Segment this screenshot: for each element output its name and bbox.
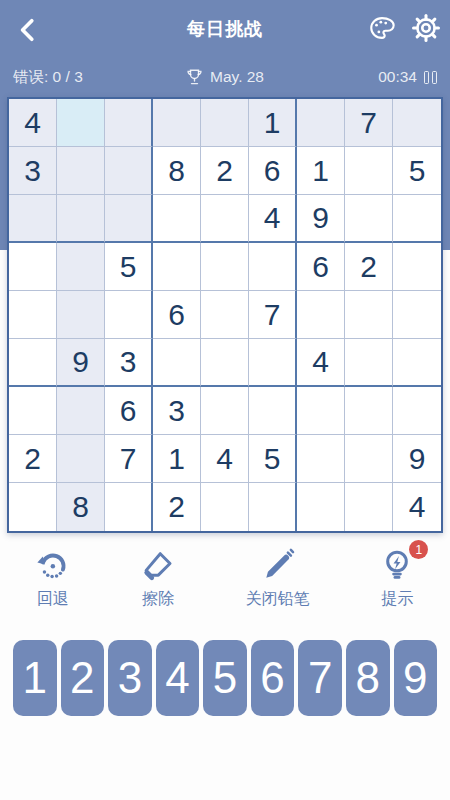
cell-r4c6[interactable] xyxy=(249,243,297,291)
numpad-2[interactable]: 2 xyxy=(61,640,105,716)
cell-r1c1[interactable]: 4 xyxy=(9,99,57,147)
cell-r2c8[interactable] xyxy=(345,147,393,195)
cell-r5c4[interactable]: 6 xyxy=(153,291,201,339)
cell-r9c3[interactable] xyxy=(105,483,153,531)
cell-r6c8[interactable] xyxy=(345,339,393,387)
cell-r7c7[interactable] xyxy=(297,387,345,435)
cell-r3c4[interactable] xyxy=(153,195,201,243)
cell-r2c2[interactable] xyxy=(57,147,105,195)
numpad-3[interactable]: 3 xyxy=(108,640,152,716)
cell-r7c8[interactable] xyxy=(345,387,393,435)
cell-r5c1[interactable] xyxy=(9,291,57,339)
cell-r7c6[interactable] xyxy=(249,387,297,435)
cell-r8c2[interactable] xyxy=(57,435,105,483)
trophy-icon xyxy=(186,68,203,86)
cell-r6c1[interactable] xyxy=(9,339,57,387)
cell-r8c3[interactable]: 7 xyxy=(105,435,153,483)
hint-count-badge: 1 xyxy=(409,540,428,559)
cell-r7c1[interactable] xyxy=(9,387,57,435)
date-label: May. 28 xyxy=(210,68,264,86)
header-actions xyxy=(368,14,440,42)
numpad-7[interactable]: 7 xyxy=(298,640,342,716)
cell-r3c8[interactable] xyxy=(345,195,393,243)
undo-icon xyxy=(35,548,71,584)
cell-r8c5[interactable]: 4 xyxy=(201,435,249,483)
cell-r2c5[interactable]: 2 xyxy=(201,147,249,195)
cell-r4c9[interactable] xyxy=(393,243,441,291)
cell-r6c3[interactable]: 3 xyxy=(105,339,153,387)
cell-r1c6[interactable]: 1 xyxy=(249,99,297,147)
hint-button[interactable]: 提示 1 xyxy=(379,548,415,610)
cell-r8c6[interactable]: 5 xyxy=(249,435,297,483)
cell-r8c4[interactable]: 1 xyxy=(153,435,201,483)
cell-r9c4[interactable]: 2 xyxy=(153,483,201,531)
numpad-9[interactable]: 9 xyxy=(394,640,438,716)
cell-r3c1[interactable] xyxy=(9,195,57,243)
cell-r8c9[interactable]: 9 xyxy=(393,435,441,483)
cell-r2c3[interactable] xyxy=(105,147,153,195)
cell-r1c3[interactable] xyxy=(105,99,153,147)
cell-r3c9[interactable] xyxy=(393,195,441,243)
sudoku-board: 417382615495626793463271459824 xyxy=(7,97,443,533)
cell-r8c8[interactable] xyxy=(345,435,393,483)
cell-r3c5[interactable] xyxy=(201,195,249,243)
theme-palette-button[interactable] xyxy=(368,14,396,42)
pencil-icon xyxy=(260,548,296,584)
cell-r2c4[interactable]: 8 xyxy=(153,147,201,195)
cell-r1c2[interactable] xyxy=(57,99,105,147)
cell-r5c9[interactable] xyxy=(393,291,441,339)
pencil-toggle-button[interactable]: 关闭铅笔 xyxy=(246,548,310,610)
cell-r5c5[interactable] xyxy=(201,291,249,339)
numpad-6[interactable]: 6 xyxy=(251,640,295,716)
cell-r4c3[interactable]: 5 xyxy=(105,243,153,291)
cell-r9c5[interactable] xyxy=(201,483,249,531)
cell-r9c9[interactable]: 4 xyxy=(393,483,441,531)
cell-r7c2[interactable] xyxy=(57,387,105,435)
cell-r6c4[interactable] xyxy=(153,339,201,387)
cell-r3c2[interactable] xyxy=(57,195,105,243)
numpad-8[interactable]: 8 xyxy=(346,640,390,716)
cell-r6c7[interactable]: 4 xyxy=(297,339,345,387)
cell-r3c6[interactable]: 4 xyxy=(249,195,297,243)
cell-r4c2[interactable] xyxy=(57,243,105,291)
cell-r7c9[interactable] xyxy=(393,387,441,435)
cell-r7c4[interactable]: 3 xyxy=(153,387,201,435)
cell-r1c5[interactable] xyxy=(201,99,249,147)
cell-r2c9[interactable]: 5 xyxy=(393,147,441,195)
gear-icon xyxy=(412,14,440,42)
numpad-4[interactable]: 4 xyxy=(156,640,200,716)
cell-r5c3[interactable] xyxy=(105,291,153,339)
header: 每日挑战 xyxy=(0,0,450,57)
cell-r2c1[interactable]: 3 xyxy=(9,147,57,195)
undo-label: 回退 xyxy=(37,589,69,610)
cell-r6c9[interactable] xyxy=(393,339,441,387)
cell-r5c7[interactable] xyxy=(297,291,345,339)
pause-button[interactable] xyxy=(424,71,437,84)
cell-r4c8[interactable]: 2 xyxy=(345,243,393,291)
cell-r4c7[interactable]: 6 xyxy=(297,243,345,291)
cell-r1c4[interactable] xyxy=(153,99,201,147)
cell-r9c1[interactable] xyxy=(9,483,57,531)
cell-r4c5[interactable] xyxy=(201,243,249,291)
cell-r4c4[interactable] xyxy=(153,243,201,291)
cell-r6c5[interactable] xyxy=(201,339,249,387)
cell-r3c7[interactable]: 9 xyxy=(297,195,345,243)
cell-r2c6[interactable]: 6 xyxy=(249,147,297,195)
pencil-label: 关闭铅笔 xyxy=(246,589,310,610)
cell-r8c7[interactable] xyxy=(297,435,345,483)
cell-r5c6[interactable]: 7 xyxy=(249,291,297,339)
erase-button[interactable]: 擦除 xyxy=(140,548,176,610)
cell-r6c6[interactable] xyxy=(249,339,297,387)
time-label: 00:34 xyxy=(378,68,417,86)
erase-label: 擦除 xyxy=(142,589,174,610)
timer: 00:34 xyxy=(378,68,437,86)
hint-label: 提示 xyxy=(381,589,413,610)
toolbar: 回退 擦除 关闭铅笔 提示 1 xyxy=(0,548,450,610)
numpad-1[interactable]: 1 xyxy=(13,640,57,716)
cell-r5c2[interactable] xyxy=(57,291,105,339)
cell-r9c2[interactable]: 8 xyxy=(57,483,105,531)
cell-r8c1[interactable]: 2 xyxy=(9,435,57,483)
numpad-5[interactable]: 5 xyxy=(203,640,247,716)
cell-r5c8[interactable] xyxy=(345,291,393,339)
palette-icon xyxy=(368,14,396,42)
cell-r6c2[interactable]: 9 xyxy=(57,339,105,387)
cell-r3c3[interactable] xyxy=(105,195,153,243)
cell-r4c1[interactable] xyxy=(9,243,57,291)
cell-r1c9[interactable] xyxy=(393,99,441,147)
cell-r1c8[interactable]: 7 xyxy=(345,99,393,147)
cell-r9c8[interactable] xyxy=(345,483,393,531)
settings-button[interactable] xyxy=(412,14,440,42)
cell-r7c5[interactable] xyxy=(201,387,249,435)
cell-r9c6[interactable] xyxy=(249,483,297,531)
eraser-icon xyxy=(140,548,176,584)
undo-button[interactable]: 回退 xyxy=(35,548,71,610)
cell-r2c7[interactable]: 1 xyxy=(297,147,345,195)
status-bar: 错误: 0 / 3 May. 28 00:34 xyxy=(0,57,450,97)
cell-r7c3[interactable]: 6 xyxy=(105,387,153,435)
number-pad: 123456789 xyxy=(13,640,437,716)
cell-r1c7[interactable] xyxy=(297,99,345,147)
cell-r9c7[interactable] xyxy=(297,483,345,531)
